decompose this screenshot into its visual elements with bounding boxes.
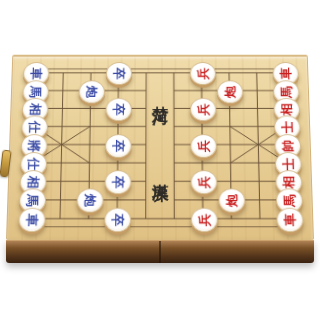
blue-cannon-glyph: 炮 <box>78 189 101 213</box>
board-frame <box>6 240 314 263</box>
piece-red-soldier[interactable]: 兵 <box>190 170 217 194</box>
piece-blue-soldier[interactable]: 卒 <box>105 170 132 194</box>
red-soldier-glyph: 兵 <box>192 170 215 194</box>
piece-red-soldier[interactable]: 兵 <box>189 62 215 85</box>
blue-soldier-glyph: 卒 <box>107 134 130 158</box>
red-soldier-glyph: 兵 <box>192 134 215 158</box>
red-soldier-glyph: 兵 <box>192 98 215 121</box>
piece-red-soldier[interactable]: 兵 <box>190 134 217 158</box>
red-cannon-glyph: 炮 <box>219 80 242 103</box>
piece-blue-chariot[interactable]: 車 <box>19 207 47 231</box>
blue-chariot-glyph: 車 <box>21 207 45 231</box>
piece-red-cannon[interactable]: 炮 <box>217 80 243 103</box>
board: 楚河 漢界 車馬相仕將仕相馬車炮炮卒卒卒卒卒兵兵兵兵兵炮炮車馬相士帥士相馬車 <box>6 55 314 240</box>
piece-blue-cannon[interactable]: 炮 <box>76 189 103 213</box>
blue-soldier-glyph: 卒 <box>108 62 130 85</box>
piece-red-soldier[interactable]: 兵 <box>190 207 217 231</box>
board-surface: 楚河 漢界 車馬相仕將仕相馬車炮炮卒卒卒卒卒兵兵兵兵兵炮炮車馬相士帥士相馬車 <box>6 55 314 240</box>
piece-red-cannon[interactable]: 炮 <box>219 189 246 213</box>
red-soldier-glyph: 兵 <box>191 62 213 85</box>
piece-blue-soldier[interactable]: 卒 <box>105 134 132 158</box>
product-photo: 楚河 漢界 車馬相仕將仕相馬車炮炮卒卒卒卒卒兵兵兵兵兵炮炮車馬相士帥士相馬車 <box>0 0 320 320</box>
blue-soldier-glyph: 卒 <box>107 170 130 194</box>
red-cannon-glyph: 炮 <box>221 189 244 213</box>
pieces-layer: 車馬相仕將仕相馬車炮炮卒卒卒卒卒兵兵兵兵兵炮炮車馬相士帥士相馬車 <box>7 57 313 240</box>
red-chariot-glyph: 車 <box>278 207 302 231</box>
piece-blue-soldier[interactable]: 卒 <box>106 62 132 85</box>
piece-red-soldier[interactable]: 兵 <box>190 98 216 121</box>
blue-cannon-glyph: 炮 <box>80 80 103 103</box>
blue-soldier-glyph: 卒 <box>107 207 130 231</box>
red-soldier-glyph: 兵 <box>192 207 215 231</box>
piece-blue-soldier[interactable]: 卒 <box>105 207 132 231</box>
piece-blue-soldier[interactable]: 卒 <box>106 98 132 121</box>
piece-red-chariot[interactable]: 車 <box>276 207 304 231</box>
piece-blue-cannon[interactable]: 炮 <box>78 80 104 103</box>
blue-soldier-glyph: 卒 <box>108 98 131 121</box>
fold-seam <box>159 241 161 263</box>
